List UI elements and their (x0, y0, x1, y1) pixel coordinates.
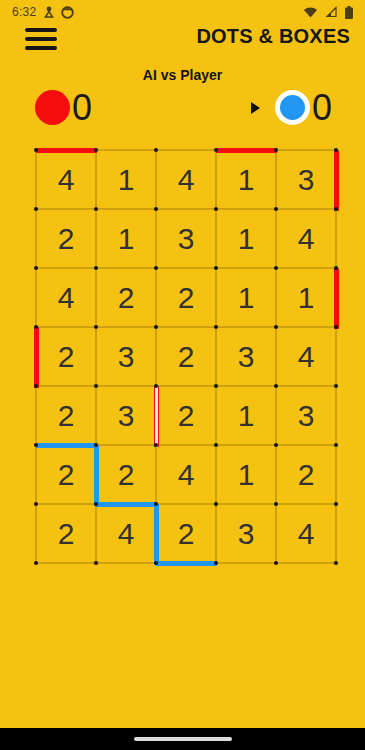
grid-dot (334, 325, 338, 329)
grid-dot (34, 266, 38, 270)
box-value: 3 (216, 327, 276, 386)
box-value: 1 (216, 386, 276, 445)
status-bar: 6:32 (0, 0, 365, 24)
grid-dot (214, 207, 218, 211)
grid-dot (94, 384, 98, 388)
grid-dot (274, 207, 278, 211)
ai-score-group: 0 (35, 90, 92, 125)
grid-dot (94, 561, 98, 565)
match-label: AI vs Player (0, 67, 365, 83)
box-value: 1 (216, 445, 276, 504)
grid-dot (94, 266, 98, 270)
status-right (303, 6, 353, 19)
box-value: 1 (216, 209, 276, 268)
clock-icon (61, 6, 74, 19)
vibrate-icon (44, 6, 54, 18)
menu-button[interactable] (25, 28, 57, 50)
grid-dot (94, 148, 98, 152)
played-edge (94, 445, 99, 506)
played-edge (334, 268, 339, 329)
grid-dot (34, 502, 38, 506)
app-bar: DOTS & BOXES (0, 24, 365, 62)
grid-dot (34, 148, 38, 152)
grid-dot (214, 502, 218, 506)
grid-dot (214, 561, 218, 565)
grid-dot (154, 148, 158, 152)
grid-dot (214, 266, 218, 270)
grid-dot (154, 266, 158, 270)
hamburger-icon (25, 28, 57, 32)
player-score-group: 0 (251, 90, 332, 125)
box-value: 2 (156, 268, 216, 327)
grid-dot (274, 443, 278, 447)
box-value: 2 (156, 386, 216, 445)
box-value: 4 (36, 150, 96, 209)
box-value: 4 (276, 209, 336, 268)
grid-dot (214, 325, 218, 329)
grid-dot (274, 561, 278, 565)
box-value: 2 (96, 268, 156, 327)
box-value: 1 (216, 150, 276, 209)
grid-dot (94, 502, 98, 506)
box-value: 2 (36, 386, 96, 445)
played-edge (36, 443, 97, 448)
game-board: 41413213144221123234232132241224234 (36, 150, 336, 563)
turn-indicator-icon (251, 102, 260, 114)
played-edge (334, 150, 339, 211)
played-edge (154, 504, 159, 565)
status-time: 6:32 (12, 5, 37, 19)
grid-dot (214, 384, 218, 388)
app-screen: 6:32 (0, 0, 365, 750)
grid-dot (274, 148, 278, 152)
grid-dot (154, 384, 158, 388)
grid-dot (334, 207, 338, 211)
box-value: 4 (156, 445, 216, 504)
box-value: 2 (36, 445, 96, 504)
grid-dot (274, 384, 278, 388)
home-indicator[interactable] (134, 737, 232, 741)
played-edge (154, 386, 159, 447)
played-edge (216, 148, 277, 153)
player-color-circle (275, 90, 310, 125)
grid-dot (334, 502, 338, 506)
ai-color-circle (35, 90, 70, 125)
box-value: 1 (276, 268, 336, 327)
box-value: 4 (96, 504, 156, 563)
grid-dot (274, 266, 278, 270)
box-value: 2 (36, 504, 96, 563)
grid-dot (94, 325, 98, 329)
box-value: 4 (276, 504, 336, 563)
played-edge (96, 502, 157, 507)
app-title: DOTS & BOXES (196, 25, 350, 48)
ai-score: 0 (72, 90, 92, 125)
box-value: 1 (216, 268, 276, 327)
grid-dot (334, 561, 338, 565)
box-value: 4 (36, 268, 96, 327)
grid-dot (334, 266, 338, 270)
box-value: 3 (276, 150, 336, 209)
navigation-bar (0, 728, 365, 750)
grid-dot (34, 325, 38, 329)
box-value: 3 (156, 209, 216, 268)
grid-dot (94, 443, 98, 447)
box-value: 4 (276, 327, 336, 386)
played-edge (156, 561, 217, 566)
grid-dot (154, 325, 158, 329)
box-value: 2 (96, 445, 156, 504)
grid-dot (214, 148, 218, 152)
player-score: 0 (312, 90, 332, 125)
played-edge (34, 327, 39, 388)
grid-dot (34, 561, 38, 565)
played-edge (36, 148, 97, 153)
grid-dot (94, 207, 98, 211)
box-value: 4 (156, 150, 216, 209)
grid-dot (274, 502, 278, 506)
box-value: 3 (216, 504, 276, 563)
status-left: 6:32 (12, 5, 74, 19)
box-value: 3 (276, 386, 336, 445)
grid-dot (274, 325, 278, 329)
grid-dot (214, 443, 218, 447)
grid-dot (34, 207, 38, 211)
grid-dot (334, 148, 338, 152)
box-value: 1 (96, 209, 156, 268)
score-row: 0 0 (0, 90, 365, 126)
grid-dot (154, 443, 158, 447)
grid-dot (154, 502, 158, 506)
box-value: 2 (276, 445, 336, 504)
grid-dot (34, 384, 38, 388)
box-value: 2 (36, 327, 96, 386)
grid-dot (154, 207, 158, 211)
wifi-icon (303, 6, 318, 18)
box-value: 3 (96, 386, 156, 445)
box-value: 2 (156, 327, 216, 386)
grid-dot (334, 443, 338, 447)
box-value: 1 (96, 150, 156, 209)
grid-dot (34, 443, 38, 447)
battery-icon (345, 6, 353, 19)
grid-dot (334, 384, 338, 388)
cellular-signal-icon (325, 6, 338, 18)
box-value: 2 (156, 504, 216, 563)
box-value: 3 (96, 327, 156, 386)
grid-dot (154, 561, 158, 565)
box-value: 2 (36, 209, 96, 268)
